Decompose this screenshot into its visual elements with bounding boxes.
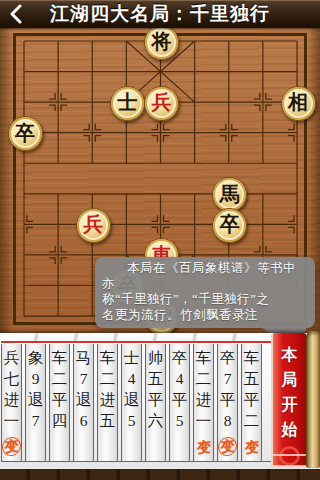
- move-char: 7: [224, 368, 232, 389]
- move-char: 5: [176, 410, 184, 431]
- page-stack-edge: [0, 333, 306, 341]
- piece-glyph: 兵: [83, 214, 103, 234]
- move-char: 一: [4, 410, 20, 431]
- move-char: 帅: [148, 347, 164, 368]
- move-char: 二: [52, 368, 68, 389]
- piece-glyph: 卒: [15, 123, 35, 143]
- move-char: 二: [196, 368, 212, 389]
- back-chevron-icon: [9, 4, 23, 24]
- piece-glyph: 将: [152, 31, 172, 51]
- move-char: 二: [244, 410, 260, 431]
- piece-兵[interactable]: 兵: [144, 86, 179, 121]
- move-char: 进: [100, 389, 116, 410]
- start-button-char: 局: [282, 367, 298, 392]
- piece-glyph: 士: [117, 92, 137, 112]
- move-char: 卒: [220, 347, 236, 368]
- piece-glyph: 相: [288, 92, 308, 112]
- piece-卒[interactable]: 卒: [8, 116, 43, 151]
- move-char: 马: [76, 347, 92, 368]
- move-char: 平: [172, 389, 188, 410]
- background-floor: [0, 469, 320, 480]
- move-char: 4: [176, 368, 184, 389]
- xiangqi-board[interactable]: 将士兵相卒馬兵卒車卒帥 本局在《百局象棋谱》等书中亦 称“千里独行”，“千里独行…: [0, 28, 320, 333]
- move-char: 9: [32, 368, 40, 389]
- piece-glyph: 馬: [220, 184, 240, 204]
- move-char: 退: [124, 389, 140, 410]
- start-button-char: 始: [282, 417, 298, 442]
- move-char: 五: [100, 410, 116, 431]
- back-button[interactable]: [4, 3, 28, 25]
- move-item[interactable]: 象9退7: [25, 344, 46, 461]
- start-button-char: 开: [282, 392, 298, 417]
- move-char: 7: [80, 368, 88, 389]
- move-char: 进: [4, 389, 20, 410]
- piece-将[interactable]: 将: [144, 25, 179, 60]
- start-game-button[interactable]: 本局开始: [271, 333, 306, 466]
- piece-相[interactable]: 相: [281, 86, 316, 121]
- title-bar: 江湖四大名局：千里独行: [0, 0, 320, 28]
- move-char: 4: [128, 368, 136, 389]
- move-char: 六: [148, 410, 164, 431]
- move-item[interactable]: 车二进五: [97, 344, 118, 461]
- move-char: 7: [32, 410, 40, 431]
- move-char: 进: [196, 389, 212, 410]
- move-item[interactable]: 兵七进一变: [1, 344, 22, 461]
- move-char: 退: [28, 389, 44, 410]
- variation-seal: 变: [2, 436, 22, 457]
- move-item[interactable]: 卒4平5: [169, 344, 190, 461]
- start-button-char: 本: [282, 342, 298, 367]
- tooltip-line: 本局在《百局象棋谱》等书中亦: [102, 261, 308, 292]
- move-char: 车: [196, 347, 212, 368]
- move-item[interactable]: 车二平四: [49, 344, 70, 461]
- move-char: 五: [244, 368, 260, 389]
- move-char: 一: [196, 410, 212, 431]
- page-title: 江湖四大名局：千里独行: [50, 1, 270, 27]
- move-item[interactable]: 帅五平六: [145, 344, 166, 461]
- scroll-roll-edge: [306, 331, 320, 468]
- move-char: 卒: [172, 347, 188, 368]
- variation-seal: 变: [218, 436, 238, 457]
- move-char: 五: [148, 368, 164, 389]
- move-char: 车: [100, 347, 116, 368]
- tooltip-line: 名更为流行。竹剑飘香录注: [102, 308, 308, 324]
- move-char: 平: [220, 389, 236, 410]
- variation-seal: 变: [196, 439, 210, 456]
- move-char: 6: [80, 410, 88, 431]
- piece-glyph: 卒: [220, 214, 240, 234]
- move-char: 士: [124, 347, 140, 368]
- move-list[interactable]: 兵七进一变象9退7车二平四马7退6车二进五士4退5帅五平六卒4平5车二进一变卒7…: [1, 341, 271, 462]
- move-char: 退: [76, 389, 92, 410]
- move-char: 车: [52, 347, 68, 368]
- move-item[interactable]: 士4退5: [121, 344, 142, 461]
- move-char: 8: [224, 410, 232, 431]
- move-item[interactable]: 卒7平8变: [217, 344, 238, 461]
- move-char: 四: [52, 410, 68, 431]
- move-item[interactable]: 马7退6: [73, 344, 94, 461]
- move-char: 平: [244, 389, 260, 410]
- move-char: 象: [28, 347, 44, 368]
- piece-卒[interactable]: 卒: [212, 208, 247, 243]
- tooltip-line: 称“千里独行”，“千里独行”之: [102, 292, 308, 308]
- piece-glyph: 兵: [152, 92, 172, 112]
- move-item[interactable]: 车二进一变: [193, 344, 214, 461]
- move-panel: 兵七进一变象9退7车二平四马7退6车二进五士4退5帅五平六卒4平5车二进一变卒7…: [0, 333, 320, 469]
- move-char: 车: [244, 347, 260, 368]
- variation-seal: 变: [244, 439, 258, 456]
- annotation-tooltip: 本局在《百局象棋谱》等书中亦 称“千里独行”，“千里独行”之 名更为流行。竹剑飘…: [95, 257, 315, 328]
- move-char: 二: [100, 368, 116, 389]
- piece-士[interactable]: 士: [110, 86, 145, 121]
- move-char: 5: [128, 410, 136, 431]
- move-char: 兵: [4, 347, 20, 368]
- button-bottom-stripes: [271, 454, 306, 467]
- move-char: 七: [4, 368, 20, 389]
- move-char: 平: [148, 389, 164, 410]
- move-item[interactable]: 车五平二变: [241, 344, 262, 461]
- move-char: 平: [52, 389, 68, 410]
- piece-兵[interactable]: 兵: [76, 208, 111, 243]
